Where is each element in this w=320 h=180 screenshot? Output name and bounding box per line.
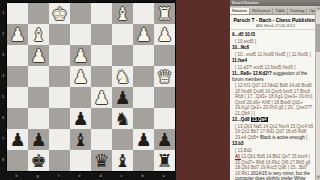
board-square[interactable]: ♝ — [70, 129, 91, 150]
board-square[interactable] — [49, 45, 70, 66]
board-square[interactable] — [70, 24, 91, 45]
annotation-text: Black is active enough — [260, 135, 306, 140]
black-knight-piece: ♞ — [114, 108, 130, 129]
tab-reference[interactable]: Reference — [250, 8, 273, 14]
board-square[interactable] — [7, 3, 28, 24]
notation-line: [ 12.Kf1 Qd7 13.Nbd2 Bd8 14.d6 Bxd6 15.N… — [232, 83, 314, 116]
move-text[interactable]: [ 12.Kf1 Qd7 13.Nbd2 Bd8 14.d6 Bxd6 15.N… — [235, 83, 313, 116]
notation-line: [ 10...exd5 11.Nxd5 Nxd5 ] [ 11.Nxd5 ] — [232, 52, 314, 58]
move-text[interactable]: 10...Nc6 — [232, 45, 249, 50]
white-pawn-piece: ♟ — [9, 24, 25, 45]
board-square[interactable] — [28, 66, 49, 87]
board-square[interactable]: ♟ — [154, 24, 175, 45]
notation-line: 13.b3 — [232, 141, 314, 147]
notation-line: [ 11.a3?! exd5 12.Nxd5 Nxd5 ] — [232, 65, 314, 71]
board-square[interactable]: ♟ — [7, 24, 28, 45]
board-square[interactable] — [7, 87, 28, 108]
move-text[interactable]: 9...d5 10.f3 — [232, 32, 255, 37]
black-pawn-piece: ♟ — [9, 129, 25, 150]
move-text[interactable]: 11...Re8+ 12.Kd2!? — [232, 71, 273, 76]
board-square[interactable]: ♚ — [28, 150, 49, 171]
board-square[interactable] — [7, 45, 28, 66]
file-label: d — [90, 172, 111, 180]
board-square[interactable] — [112, 24, 133, 45]
board-square[interactable] — [28, 3, 49, 24]
black-rook-piece: ♜ — [156, 150, 172, 171]
move-text[interactable]: [ 10.exd5 ] — [235, 39, 256, 44]
move-text[interactable]: 11.fxe4 — [232, 58, 247, 63]
board-file-labels: hgfedcba — [6, 172, 174, 180]
board-square[interactable] — [133, 3, 154, 24]
white-bishop-piece: ♝ — [114, 3, 130, 24]
board-square[interactable] — [133, 108, 154, 129]
white-pawn-piece: ♟ — [93, 87, 109, 108]
scroll-down-icon[interactable]: ▼ — [316, 175, 320, 180]
board-square[interactable] — [91, 45, 112, 66]
notation-line: 11.fxe4 — [232, 58, 314, 64]
notation-line: 11...Re8+ 12.Kd2!? suggestion of the for… — [232, 71, 314, 82]
move-text[interactable]: [ 10...exd5 11.Nxd5 Nxd5 ] [ 11.Nxd5 ] — [235, 52, 311, 57]
board-square[interactable] — [91, 3, 112, 24]
black-pawn-piece: ♟ — [72, 108, 88, 129]
board-square[interactable]: ♜ — [154, 3, 175, 24]
tab-bar: NotationReferenceTableTrainingOpeningsBo… — [230, 6, 320, 15]
board-square[interactable] — [7, 108, 28, 129]
board-square[interactable]: ♛ — [91, 150, 112, 171]
board-square[interactable]: ♟ — [70, 45, 91, 66]
notation-panel: Board Notation NotationReferenceTableTra… — [229, 0, 320, 180]
move-text[interactable]: ] — [306, 135, 307, 140]
file-label: c — [111, 172, 132, 180]
board-square[interactable] — [28, 108, 49, 129]
move-text[interactable]: 12...Qd8 — [232, 117, 251, 122]
board-square[interactable]: ♟ — [154, 129, 175, 150]
white-pawn-piece: ♟ — [135, 24, 151, 45]
notation-line: [ 13.Bd2 — [232, 148, 314, 154]
black-pawn-piece: ♟ — [114, 87, 130, 108]
move-text[interactable]: [ 13.Bd2 — [235, 148, 252, 153]
notation-body[interactable]: 9...d5 10.f3[ 10.exd5 ]10...Nc6[ 10...ex… — [230, 31, 316, 180]
board-square[interactable] — [49, 66, 70, 87]
black-pawn-piece: ♟ — [135, 129, 151, 150]
notation-line: 9...d5 10.f3 — [232, 32, 314, 38]
black-pawn-piece: ♟ — [30, 129, 46, 150]
board-square[interactable]: ♜ — [154, 150, 175, 171]
white-queen-piece: ♛ — [156, 66, 172, 87]
scroll-thumb[interactable] — [316, 24, 320, 52]
notation-line: [ 10.exd5 ] — [232, 39, 314, 45]
notation-line: [ 13.Qb3 Na5 14.Qc2 Nxc4 15.Qxc4 b5 16.Q… — [232, 124, 314, 141]
file-label: h — [6, 172, 27, 180]
black-pawn-piece: ♟ — [156, 129, 172, 150]
board-square[interactable]: ♟ — [133, 24, 154, 45]
board-square[interactable] — [70, 3, 91, 24]
board-square[interactable]: ♟ — [7, 129, 28, 150]
selected-move[interactable]: 13.Qa4 — [251, 117, 268, 122]
white-pawn-piece: ♟ — [72, 66, 88, 87]
notation-line: 10...Nc6 — [232, 45, 314, 51]
board-square[interactable] — [91, 129, 112, 150]
board-square[interactable]: ♟ — [91, 87, 112, 108]
board-square[interactable] — [49, 129, 70, 150]
black-bishop-piece: ♝ — [114, 150, 130, 171]
board-square[interactable] — [154, 87, 175, 108]
board-square[interactable]: ♛ — [154, 66, 175, 87]
board-square[interactable]: ♟ — [133, 129, 154, 150]
file-label: a — [153, 172, 174, 180]
file-label: g — [27, 172, 48, 180]
white-pawn-piece: ♟ — [72, 45, 88, 66]
board-square[interactable]: ♟ — [70, 66, 91, 87]
file-label: e — [69, 172, 90, 180]
board-square[interactable]: ♝ — [112, 150, 133, 171]
board-square[interactable] — [112, 45, 133, 66]
board-square[interactable] — [49, 150, 70, 171]
board-square[interactable]: ♟ — [70, 108, 91, 129]
chess-board[interactable]: ♚♝♜♟♝♟♟♟♟♟♞♛♟♟♟♞♟♟♝♟♟♚♛♝♜ — [6, 2, 176, 172]
black-bishop-piece: ♝ — [72, 129, 88, 150]
white-bishop-piece: ♝ — [30, 24, 46, 45]
white-rook-piece: ♜ — [156, 3, 172, 24]
board-square[interactable] — [133, 45, 154, 66]
board-square[interactable]: ♚ — [49, 3, 70, 24]
move-text[interactable]: 13.b3 — [232, 141, 244, 146]
black-queen-piece: ♛ — [93, 150, 109, 171]
board-square[interactable] — [91, 24, 112, 45]
board-square[interactable] — [49, 87, 70, 108]
board-square[interactable]: ♟ — [112, 87, 133, 108]
board-square[interactable] — [7, 150, 28, 171]
board-square[interactable] — [91, 66, 112, 87]
notation-line: A) 13.Qb1 Bd6 14.Bb2 Qe7 15.bxc4 ( 15.Qx… — [232, 154, 314, 180]
game-header: Parsch T - Bach - Chess Publishing ANI W… — [230, 15, 320, 30]
game-event-line: ANI Week 27.06.2013 — [232, 23, 319, 28]
scroll-up-icon[interactable]: ▲ — [316, 6, 320, 11]
board-square[interactable] — [70, 150, 91, 171]
tab-training[interactable]: Training — [288, 8, 307, 14]
board-square[interactable] — [133, 87, 154, 108]
white-pawn-piece: ♟ — [156, 24, 172, 45]
board-square[interactable] — [133, 66, 154, 87]
move-text[interactable]: [ 11.a3?! exd5 12.Nxd5 Nxd5 ] — [235, 65, 295, 70]
board-square[interactable] — [91, 108, 112, 129]
chess-board-window: 12345678 ♚♝♜♟♝♟♟♟♟♟♞♛♟♟♟♞♟♟♝♟♟♚♛♝♜ hgfed… — [0, 0, 176, 180]
board-square[interactable] — [49, 24, 70, 45]
board-square[interactable] — [133, 150, 154, 171]
board-square[interactable]: ♟ — [28, 45, 49, 66]
board-square[interactable]: ♞ — [112, 108, 133, 129]
scrollbar[interactable]: ▲ ▼ — [315, 6, 320, 180]
board-square[interactable] — [112, 129, 133, 150]
black-king-piece: ♚ — [30, 150, 46, 171]
board-square[interactable]: ♞ — [112, 66, 133, 87]
tab-notation[interactable]: Notation — [230, 8, 250, 14]
board-square[interactable] — [7, 66, 28, 87]
notation-line: 12...Qd8 13.Qa4 — [232, 117, 314, 123]
white-knight-piece: ♞ — [114, 66, 130, 87]
board-square[interactable]: ♝ — [28, 24, 49, 45]
board-square[interactable] — [28, 87, 49, 108]
board-square[interactable]: ♝ — [112, 3, 133, 24]
white-pawn-piece: ♟ — [30, 45, 46, 66]
tab-table[interactable]: Table — [273, 8, 288, 14]
file-label: f — [48, 172, 69, 180]
board-square[interactable]: ♟ — [28, 129, 49, 150]
white-king-piece: ♚ — [51, 3, 67, 24]
board-square[interactable] — [154, 108, 175, 129]
board-square[interactable] — [49, 108, 70, 129]
file-label: b — [132, 172, 153, 180]
board-square[interactable] — [70, 87, 91, 108]
board-square[interactable] — [154, 45, 175, 66]
